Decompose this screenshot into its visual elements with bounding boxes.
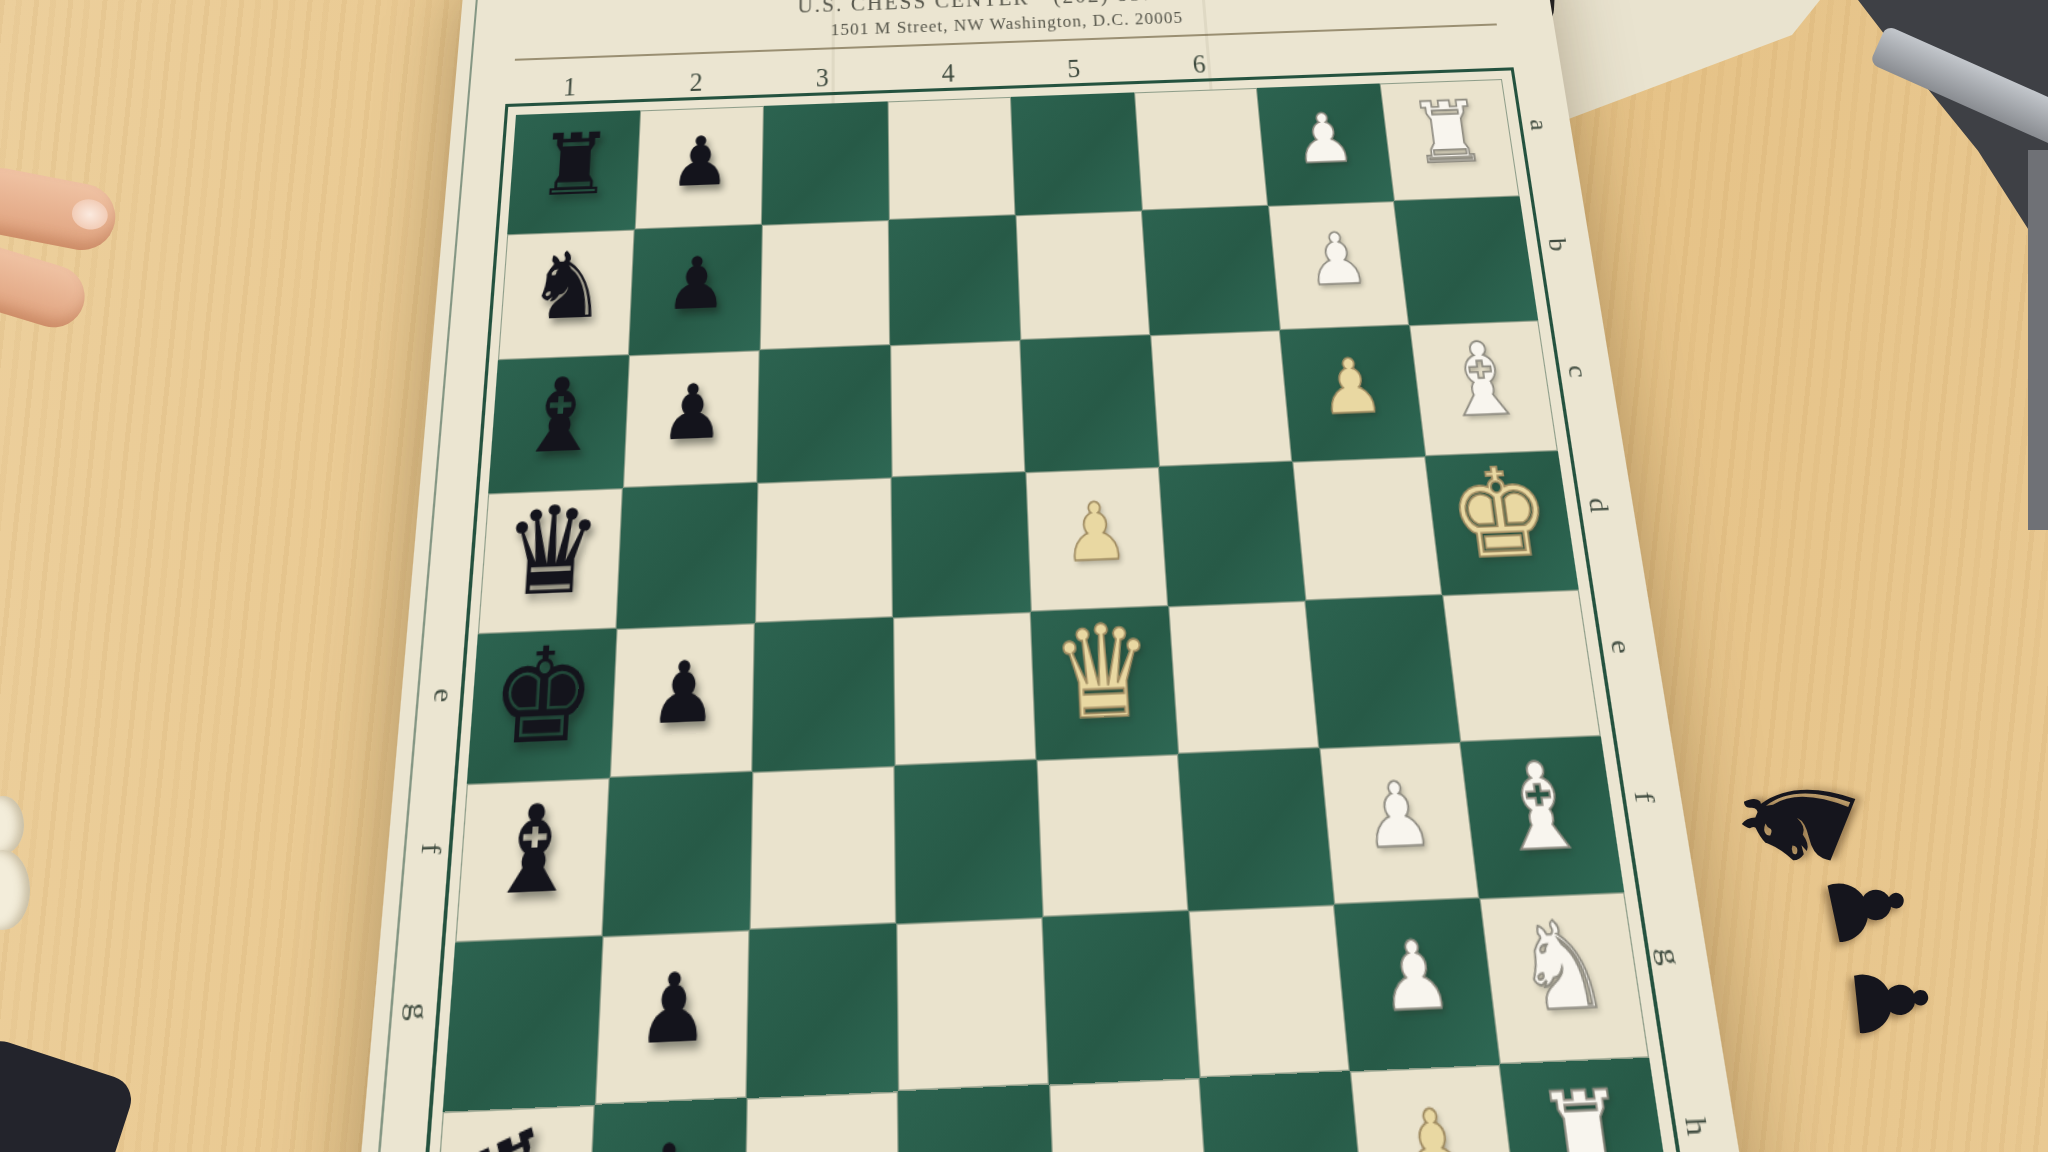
rank-label: 6 bbox=[1192, 50, 1207, 79]
square-c7[interactable]: ♟ bbox=[1280, 325, 1425, 461]
piece-white-bishop-f8[interactable]: ♝ bbox=[1486, 746, 1595, 869]
square-b7[interactable]: ♟ bbox=[1268, 201, 1409, 330]
rank-label: 5 bbox=[1067, 55, 1081, 84]
square-b5[interactable] bbox=[1016, 211, 1151, 341]
square-e1[interactable]: ♚ bbox=[467, 629, 617, 784]
square-e4[interactable] bbox=[893, 612, 1036, 766]
piece-white-rook-a8[interactable]: ♜ bbox=[1405, 90, 1491, 176]
file-label: d bbox=[1581, 497, 1614, 513]
rank-label: 2 bbox=[689, 68, 703, 97]
square-c6[interactable] bbox=[1150, 330, 1292, 467]
square-h8[interactable]: ♜ bbox=[1500, 1058, 1676, 1152]
board-block: 123456 efg ♜♟♟♜♞♟♟♝♟♟♝♛♟♚♚♟♛♝♟♝♟♟♞♜♟♟♜ a… bbox=[374, 34, 1729, 1152]
piece-white-pawn-d5[interactable]: ♟ bbox=[1061, 491, 1130, 573]
square-a5[interactable] bbox=[1011, 92, 1142, 215]
square-b3[interactable] bbox=[760, 220, 890, 350]
square-h7[interactable]: ♟ bbox=[1350, 1064, 1522, 1152]
piece-white-rook-h8[interactable]: ♜ bbox=[1531, 1074, 1640, 1152]
piece-black-bishop-c1[interactable]: ♝ bbox=[514, 363, 606, 468]
square-a4[interactable] bbox=[888, 97, 1016, 220]
finger bbox=[0, 239, 92, 335]
finger bbox=[0, 162, 121, 255]
square-c2[interactable]: ♟ bbox=[623, 350, 760, 488]
board-frame: ♜♟♟♜♞♟♟♝♟♟♝♛♟♚♚♟♛♝♟♝♟♟♞♜♟♟♜ bbox=[414, 67, 1696, 1152]
square-a2[interactable]: ♟ bbox=[635, 106, 764, 230]
piece-black-bishop-f1[interactable]: ♝ bbox=[483, 787, 584, 912]
square-b6[interactable] bbox=[1142, 206, 1280, 335]
fingernail bbox=[69, 196, 110, 232]
file-label: c bbox=[1561, 364, 1593, 378]
square-h3[interactable] bbox=[743, 1091, 899, 1152]
square-h5[interactable] bbox=[1049, 1078, 1211, 1152]
square-b1[interactable]: ♞ bbox=[498, 230, 635, 361]
file-label: b bbox=[1541, 237, 1572, 251]
square-c1[interactable]: ♝ bbox=[488, 355, 629, 493]
square-d8[interactable]: ♚ bbox=[1425, 451, 1579, 595]
square-f8[interactable]: ♝ bbox=[1460, 736, 1624, 898]
player-hand bbox=[0, 176, 126, 376]
square-d2[interactable] bbox=[617, 483, 758, 629]
file-label: f bbox=[414, 841, 448, 854]
square-e3[interactable] bbox=[752, 617, 894, 771]
square-d3[interactable] bbox=[755, 477, 893, 623]
file-label: h bbox=[1677, 1116, 1714, 1136]
captured-black-pawn: ♟ bbox=[1810, 854, 1924, 960]
background-edge bbox=[2028, 150, 2048, 530]
square-c8[interactable]: ♝ bbox=[1409, 320, 1558, 456]
square-b8[interactable] bbox=[1394, 196, 1538, 325]
piece-black-king-e1[interactable]: ♚ bbox=[486, 628, 599, 764]
square-f1[interactable]: ♝ bbox=[455, 778, 610, 943]
square-a6[interactable] bbox=[1134, 88, 1268, 211]
board-grid: ♜♟♟♜♞♟♟♝♟♟♝♛♟♚♚♟♛♝♟♝♟♟♞♜♟♟♜ bbox=[429, 79, 1678, 1152]
square-e6[interactable] bbox=[1168, 601, 1319, 754]
piece-black-rook-h1[interactable]: ♜ bbox=[456, 1107, 574, 1152]
square-e5[interactable]: ♛ bbox=[1031, 606, 1178, 760]
piece-white-king-d8[interactable]: ♚ bbox=[1442, 450, 1559, 576]
square-e7[interactable] bbox=[1305, 595, 1460, 748]
square-g8[interactable]: ♞ bbox=[1479, 892, 1649, 1064]
square-b2[interactable]: ♟ bbox=[629, 225, 762, 355]
file-label: f bbox=[1627, 790, 1661, 802]
square-b4[interactable] bbox=[889, 215, 1020, 345]
square-h6[interactable] bbox=[1200, 1071, 1367, 1152]
file-label: g bbox=[400, 1001, 435, 1020]
square-a3[interactable] bbox=[762, 101, 889, 224]
square-f3[interactable] bbox=[750, 766, 897, 930]
rank-label: 1 bbox=[562, 73, 577, 102]
square-f4[interactable] bbox=[895, 760, 1043, 924]
piece-white-pawn-h7[interactable]: ♟ bbox=[1392, 1095, 1476, 1152]
square-f6[interactable] bbox=[1178, 748, 1334, 911]
file-label: g bbox=[1651, 946, 1687, 965]
piece-black-pawn-a2[interactable]: ♟ bbox=[669, 127, 732, 197]
square-d4[interactable] bbox=[892, 472, 1031, 617]
piece-white-pawn-g7[interactable]: ♟ bbox=[1375, 927, 1456, 1025]
captured-black-pieces-tray: ♞♟♟ bbox=[1715, 740, 2045, 1100]
piece-black-pawn-b2[interactable]: ♟ bbox=[664, 247, 728, 321]
square-d7[interactable] bbox=[1292, 456, 1442, 600]
file-label: e bbox=[426, 687, 459, 702]
piece-white-pawn-b7[interactable]: ♟ bbox=[1303, 223, 1372, 296]
chess-mat-wrapper: U.S. CHESS CENTER · (202) 857-4922 1501 … bbox=[326, 0, 1793, 1152]
square-f5[interactable] bbox=[1036, 754, 1188, 917]
square-h2[interactable]: ♟ bbox=[587, 1098, 747, 1152]
square-g4[interactable] bbox=[896, 917, 1049, 1091]
square-g2[interactable]: ♟ bbox=[595, 930, 750, 1105]
square-g6[interactable] bbox=[1188, 905, 1349, 1078]
square-d1[interactable]: ♛ bbox=[478, 488, 623, 634]
piece-black-pawn-g2[interactable]: ♟ bbox=[636, 959, 711, 1058]
square-f2[interactable] bbox=[603, 772, 753, 936]
rank-label: 4 bbox=[941, 59, 955, 88]
square-e2[interactable]: ♟ bbox=[610, 623, 755, 778]
piece-black-rook-a1[interactable]: ♜ bbox=[534, 121, 615, 209]
square-d6[interactable] bbox=[1159, 462, 1305, 607]
piece-white-queen-e5[interactable]: ♛ bbox=[1049, 607, 1157, 739]
square-f7[interactable]: ♟ bbox=[1319, 742, 1479, 904]
square-e8[interactable] bbox=[1442, 590, 1601, 743]
square-a8[interactable]: ♜ bbox=[1380, 79, 1520, 201]
vinyl-chess-mat: U.S. CHESS CENTER · (202) 857-4922 1501 … bbox=[326, 0, 1793, 1152]
rank-label: 3 bbox=[816, 64, 829, 93]
square-c5[interactable] bbox=[1020, 335, 1159, 472]
square-g7[interactable]: ♟ bbox=[1334, 898, 1500, 1071]
piece-black-pawn-h2[interactable]: ♟ bbox=[629, 1129, 706, 1152]
square-a7[interactable]: ♟ bbox=[1257, 83, 1394, 205]
piece-black-knight-b1[interactable]: ♞ bbox=[525, 240, 610, 335]
captured-black-pawn: ♟ bbox=[1838, 952, 1945, 1050]
file-label: e bbox=[1603, 639, 1636, 654]
file-label: a bbox=[1523, 118, 1553, 130]
square-a1[interactable]: ♜ bbox=[507, 110, 640, 234]
square-d5[interactable]: ♟ bbox=[1025, 467, 1168, 612]
piece-white-knight-g8[interactable]: ♞ bbox=[1509, 905, 1616, 1030]
piece-white-pawn-f7[interactable]: ♟ bbox=[1358, 769, 1437, 861]
piece-black-pawn-c2[interactable]: ♟ bbox=[659, 373, 725, 451]
square-g1[interactable] bbox=[443, 936, 603, 1111]
square-c3[interactable] bbox=[757, 345, 891, 483]
piece-white-pawn-a7[interactable]: ♟ bbox=[1291, 104, 1358, 173]
square-h1[interactable]: ♜ bbox=[429, 1105, 594, 1152]
square-g5[interactable] bbox=[1043, 911, 1200, 1085]
square-c4[interactable] bbox=[890, 340, 1025, 477]
square-g3[interactable] bbox=[747, 924, 898, 1099]
piece-white-pawn-c7[interactable]: ♟ bbox=[1316, 348, 1387, 425]
piece-black-queen-d1[interactable]: ♛ bbox=[498, 488, 605, 613]
square-h4[interactable] bbox=[898, 1085, 1056, 1152]
piece-white-bishop-c8[interactable]: ♝ bbox=[1433, 328, 1531, 432]
piece-black-pawn-e2[interactable]: ♟ bbox=[648, 649, 718, 737]
